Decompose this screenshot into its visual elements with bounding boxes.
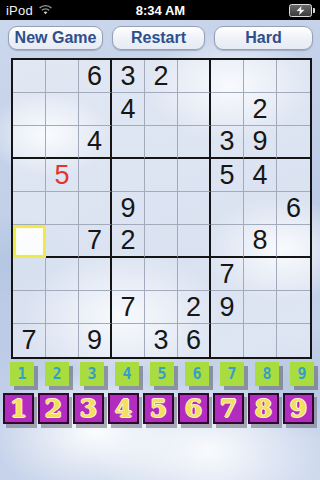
app-screen: iPod 8:34 AM New Game Restart Hard 63242… <box>0 0 320 480</box>
cell-r4c1[interactable] <box>13 159 46 192</box>
cell-r7c8[interactable] <box>244 258 277 291</box>
pencil-key-3[interactable]: 3 <box>80 362 104 386</box>
cell-r8c5[interactable] <box>145 291 178 324</box>
cell-r2c8[interactable]: 2 <box>244 93 277 126</box>
number-key-5[interactable]: 5 <box>143 393 174 424</box>
sudoku-grid: 632424395549672877297936 <box>11 58 312 359</box>
cell-r1c9[interactable] <box>277 60 310 93</box>
cell-r5c6[interactable] <box>178 192 211 225</box>
cell-r8c7[interactable]: 9 <box>211 291 244 324</box>
number-key-9[interactable]: 9 <box>283 393 314 424</box>
cell-r8c1[interactable] <box>13 291 46 324</box>
cell-r1c4[interactable]: 3 <box>112 60 145 93</box>
cell-r1c8[interactable] <box>244 60 277 93</box>
cell-r4c3[interactable] <box>79 159 112 192</box>
cell-r6c2[interactable] <box>46 225 79 258</box>
cell-r2c6[interactable] <box>178 93 211 126</box>
cell-r6c3[interactable]: 7 <box>79 225 112 258</box>
cell-r9c7[interactable] <box>211 324 244 357</box>
cell-r9c6[interactable]: 6 <box>178 324 211 357</box>
cell-r1c6[interactable] <box>178 60 211 93</box>
cell-r5c9[interactable]: 6 <box>277 192 310 225</box>
cell-r7c3[interactable] <box>79 258 112 291</box>
cell-r5c3[interactable] <box>79 192 112 225</box>
cell-r2c7[interactable] <box>211 93 244 126</box>
status-bar-right <box>225 4 315 17</box>
number-key-4[interactable]: 4 <box>108 393 139 424</box>
carrier-label: iPod <box>6 3 33 18</box>
cell-r3c5[interactable] <box>145 126 178 159</box>
number-key-2[interactable]: 2 <box>38 393 69 424</box>
cell-r7c1[interactable] <box>13 258 46 291</box>
cell-r9c8[interactable] <box>244 324 277 357</box>
cell-r4c4[interactable] <box>112 159 145 192</box>
cell-r5c2[interactable] <box>46 192 79 225</box>
cell-r2c1[interactable] <box>13 93 46 126</box>
number-key-7[interactable]: 7 <box>213 393 244 424</box>
status-bar: iPod 8:34 AM <box>0 0 320 20</box>
cell-r7c4[interactable] <box>112 258 145 291</box>
cell-r8c6[interactable]: 2 <box>178 291 211 324</box>
cell-r1c5[interactable]: 2 <box>145 60 178 93</box>
cell-r9c3[interactable]: 9 <box>79 324 112 357</box>
cell-r6c5[interactable] <box>145 225 178 258</box>
cell-r6c4[interactable]: 2 <box>112 225 145 258</box>
cell-r2c4[interactable]: 4 <box>112 93 145 126</box>
wifi-icon <box>38 3 53 18</box>
cell-r7c2[interactable] <box>46 258 79 291</box>
battery-charging-icon <box>289 4 312 17</box>
cell-r7c9[interactable] <box>277 258 310 291</box>
cell-r6c9[interactable] <box>277 225 310 258</box>
difficulty-button[interactable]: Hard <box>214 26 313 50</box>
clock-label: 8:34 AM <box>96 3 225 18</box>
new-game-button[interactable]: New Game <box>8 26 103 50</box>
pencil-pad: 123456789 <box>10 362 314 386</box>
cell-r3c7[interactable]: 3 <box>211 126 244 159</box>
cell-r1c7[interactable] <box>211 60 244 93</box>
cell-r8c4[interactable]: 7 <box>112 291 145 324</box>
cell-r5c8[interactable] <box>244 192 277 225</box>
cell-r7c6[interactable] <box>178 258 211 291</box>
pencil-key-9[interactable]: 9 <box>290 362 314 386</box>
cell-r4c9[interactable] <box>277 159 310 192</box>
cell-r9c9[interactable] <box>277 324 310 357</box>
status-bar-left: iPod <box>6 3 96 18</box>
cell-r2c9[interactable] <box>277 93 310 126</box>
cell-r5c5[interactable] <box>145 192 178 225</box>
cell-r8c2[interactable] <box>46 291 79 324</box>
cell-r9c1[interactable]: 7 <box>13 324 46 357</box>
cell-r4c6[interactable] <box>178 159 211 192</box>
pencil-key-4[interactable]: 4 <box>115 362 139 386</box>
pencil-key-1[interactable]: 1 <box>10 362 34 386</box>
pencil-key-5[interactable]: 5 <box>150 362 174 386</box>
cell-r8c3[interactable] <box>79 291 112 324</box>
cell-r3c3[interactable]: 4 <box>79 126 112 159</box>
cell-r1c3[interactable]: 6 <box>79 60 112 93</box>
pencil-key-8[interactable]: 8 <box>255 362 279 386</box>
cell-r2c2[interactable] <box>46 93 79 126</box>
cell-r3c8[interactable]: 9 <box>244 126 277 159</box>
number-key-1[interactable]: 1 <box>3 393 34 424</box>
number-pad: 123456789 <box>3 393 314 424</box>
cell-r8c8[interactable] <box>244 291 277 324</box>
cell-r4c2[interactable]: 5 <box>46 159 79 192</box>
cell-r3c9[interactable] <box>277 126 310 159</box>
cell-r3c6[interactable] <box>178 126 211 159</box>
cell-r9c4[interactable] <box>112 324 145 357</box>
cell-r3c4[interactable] <box>112 126 145 159</box>
cell-r3c2[interactable] <box>46 126 79 159</box>
number-key-8[interactable]: 8 <box>248 393 279 424</box>
cell-r4c8[interactable]: 4 <box>244 159 277 192</box>
cell-r9c2[interactable] <box>46 324 79 357</box>
cell-r7c7[interactable]: 7 <box>211 258 244 291</box>
restart-button[interactable]: Restart <box>112 26 205 50</box>
cell-r7c5[interactable] <box>145 258 178 291</box>
cell-r1c1[interactable] <box>13 60 46 93</box>
cell-r5c1[interactable] <box>13 192 46 225</box>
pencil-key-7[interactable]: 7 <box>220 362 244 386</box>
pencil-key-6[interactable]: 6 <box>185 362 209 386</box>
cell-r6c1[interactable] <box>13 225 46 258</box>
cell-r2c5[interactable] <box>145 93 178 126</box>
cell-r6c6[interactable] <box>178 225 211 258</box>
cell-r8c9[interactable] <box>277 291 310 324</box>
cell-r4c5[interactable] <box>145 159 178 192</box>
cell-r9c5[interactable]: 3 <box>145 324 178 357</box>
number-key-3[interactable]: 3 <box>73 393 104 424</box>
cell-r5c4[interactable]: 9 <box>112 192 145 225</box>
cell-r6c8[interactable]: 8 <box>244 225 277 258</box>
cell-r6c7[interactable] <box>211 225 244 258</box>
cell-r3c1[interactable] <box>13 126 46 159</box>
number-key-6[interactable]: 6 <box>178 393 209 424</box>
battery-nub <box>313 8 315 13</box>
cell-r5c7[interactable] <box>211 192 244 225</box>
cell-r2c3[interactable] <box>79 93 112 126</box>
pencil-key-2[interactable]: 2 <box>45 362 69 386</box>
cell-r1c2[interactable] <box>46 60 79 93</box>
cell-r4c7[interactable]: 5 <box>211 159 244 192</box>
